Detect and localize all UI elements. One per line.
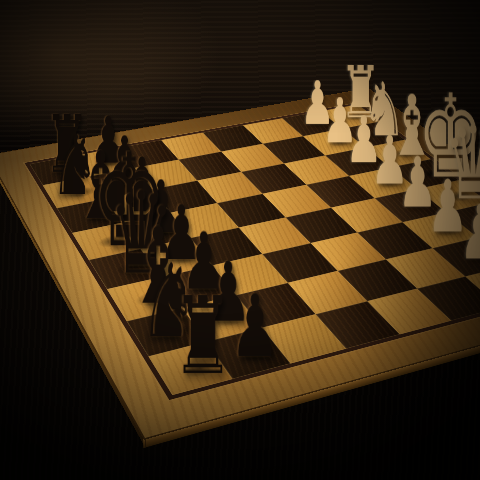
- board-square[interactable]: ♜: [148, 342, 232, 395]
- piece-white-pawn[interactable]: ♟: [458, 203, 480, 263]
- scene: ♜♟♟♜♞♟♟♞♝♟♟♝♚♟♟♚♛♟♟♛♝♟♟♝♞♟♟♞♜♟♟♜: [0, 0, 480, 480]
- piece-black-rook[interactable]: ♜: [172, 294, 224, 380]
- piece-black-pawn[interactable]: ♟: [230, 293, 281, 362]
